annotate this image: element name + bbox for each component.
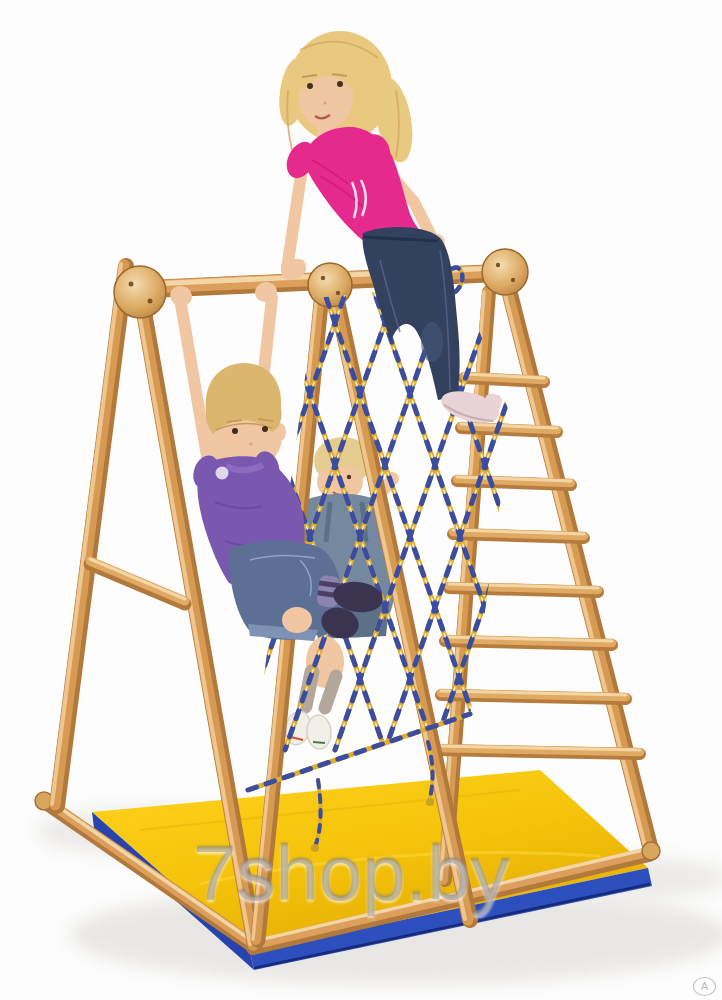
girl-jeans xyxy=(363,227,460,400)
corner-stamp: A xyxy=(693,977,716,996)
left-frame-crossbar xyxy=(90,559,185,604)
left-frame-front-leg xyxy=(52,264,126,806)
ladder-rung xyxy=(464,374,544,382)
ladder-rung xyxy=(453,530,584,538)
scene-illustration xyxy=(0,0,722,1000)
boy-shin xyxy=(282,607,312,633)
ladder-rung xyxy=(457,477,571,485)
product-photo-stage: 7shop.by A xyxy=(0,0,722,1000)
bar-disc-left xyxy=(114,266,166,318)
boy-shirt-emblem xyxy=(216,467,229,480)
ladder-rung xyxy=(449,584,598,592)
ladder-rung xyxy=(437,746,640,754)
bar-disc-right xyxy=(482,249,528,295)
